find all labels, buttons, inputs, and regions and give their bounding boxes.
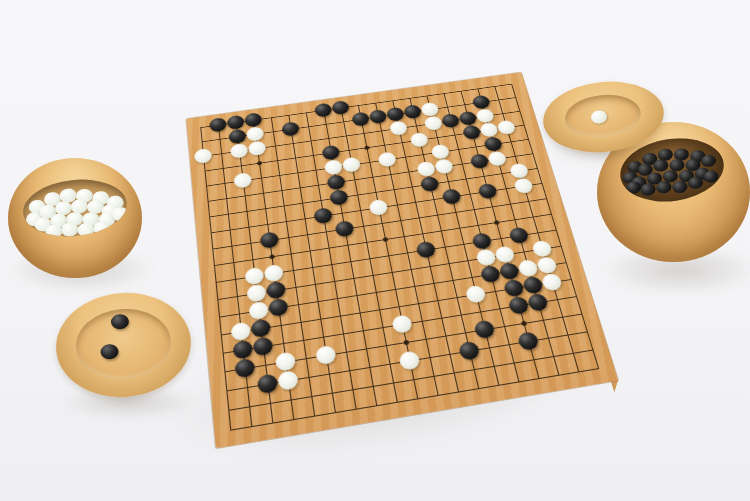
white-stone-in-bowl [77,222,95,238]
black-stone [268,298,289,318]
black-stone [281,121,300,137]
black-stone [503,279,525,298]
white-stone [487,150,508,166]
white-stone [248,301,269,321]
white-stone [230,143,249,159]
black-stone [234,358,255,379]
black-stone [458,341,481,361]
black-stone [522,276,545,295]
black-stone [469,153,490,169]
black-stone [244,112,262,128]
white-stone [264,264,284,283]
white-stone [434,158,454,174]
black-stone [329,189,349,206]
black-stone [326,174,346,191]
star-point [269,254,275,259]
white-stone-in-bowl [61,222,79,238]
black-stone [232,339,253,359]
black-stone [227,115,245,131]
black-stone-in-bowl [640,183,657,197]
black-stone [331,100,350,115]
black-stone-in-bowl [672,180,689,194]
white-stone [475,248,497,266]
star-point [494,220,500,225]
star-point [403,340,409,346]
white-stone [398,350,421,371]
black-stone-in-bowl [700,154,717,168]
white-stone [233,172,252,189]
black-stone [477,183,498,200]
black-stone [441,113,461,129]
white-stone [416,161,436,178]
white-stone [541,273,564,292]
black-stone [479,265,501,284]
white-stone [536,256,558,275]
white-stone [246,284,266,303]
black-stone [498,262,520,281]
black-stone [313,207,333,225]
black-stone [228,129,247,145]
white-stone-in-bowl [45,223,63,239]
white-stone [475,108,495,123]
black-stone [266,281,287,300]
black-stone [386,106,405,121]
black-stone-in-bowl [656,180,673,194]
black-stone [368,109,387,124]
black-stone [483,136,503,152]
black-stone [420,176,440,193]
black-stone [526,293,549,312]
white-stone [248,140,267,156]
white-stone [277,370,299,391]
white-stone [246,126,265,142]
white-stone [531,240,553,258]
white-stone [391,314,413,334]
black-stone [259,231,279,249]
black-stone [415,241,436,259]
white-stone [420,102,440,117]
black-stone [209,117,227,133]
black-stone [471,232,493,250]
white-stone-in-bowl [111,206,129,222]
black-stone [471,94,491,109]
go-scene [0,0,750,501]
white-stone [275,351,297,372]
black-stone [508,226,530,244]
black-stone [462,124,482,140]
white-stone [324,159,344,176]
black-stone [257,373,279,394]
white-stone [377,151,397,167]
white-stone [509,163,530,180]
star-point [364,146,369,150]
black-stone [250,318,271,338]
black-stone-in-bowl [687,176,704,190]
white-stone [479,122,499,138]
white-stone-in-bowl [93,220,111,236]
black-stone-in-bowl [625,181,642,195]
white-stone [315,345,337,366]
white-stone [230,321,251,341]
white-stone [342,156,362,172]
star-point [283,359,289,365]
white-stone [368,199,388,216]
white-stone [465,285,487,304]
black-stone [334,220,354,238]
star-point [383,237,389,242]
black-stone [507,296,530,315]
black-stone [252,336,273,356]
black-stone [458,111,478,127]
black-stone [314,102,333,117]
white-bowl-opening [20,175,129,242]
white-stone [389,120,409,136]
white-stone [517,259,539,278]
white-stone-bowl [8,158,142,278]
black-stone [321,144,340,160]
white-stone [513,177,534,194]
goban-grid [200,84,599,431]
black-stone [473,319,496,339]
white-stone [496,120,516,136]
black-stone [403,104,422,119]
white-stone [244,267,264,286]
white-stone [494,245,516,263]
white-stone [194,148,212,164]
star-point [257,161,262,166]
board-perspective-scene [148,10,628,490]
black-stone-in-bowl [703,170,720,184]
white-stone [423,115,443,131]
black-stone [517,331,540,351]
white-stone [430,144,450,160]
white-stone [409,132,429,148]
star-point [521,321,527,327]
black-stone [441,188,462,205]
black-stone [351,111,370,127]
